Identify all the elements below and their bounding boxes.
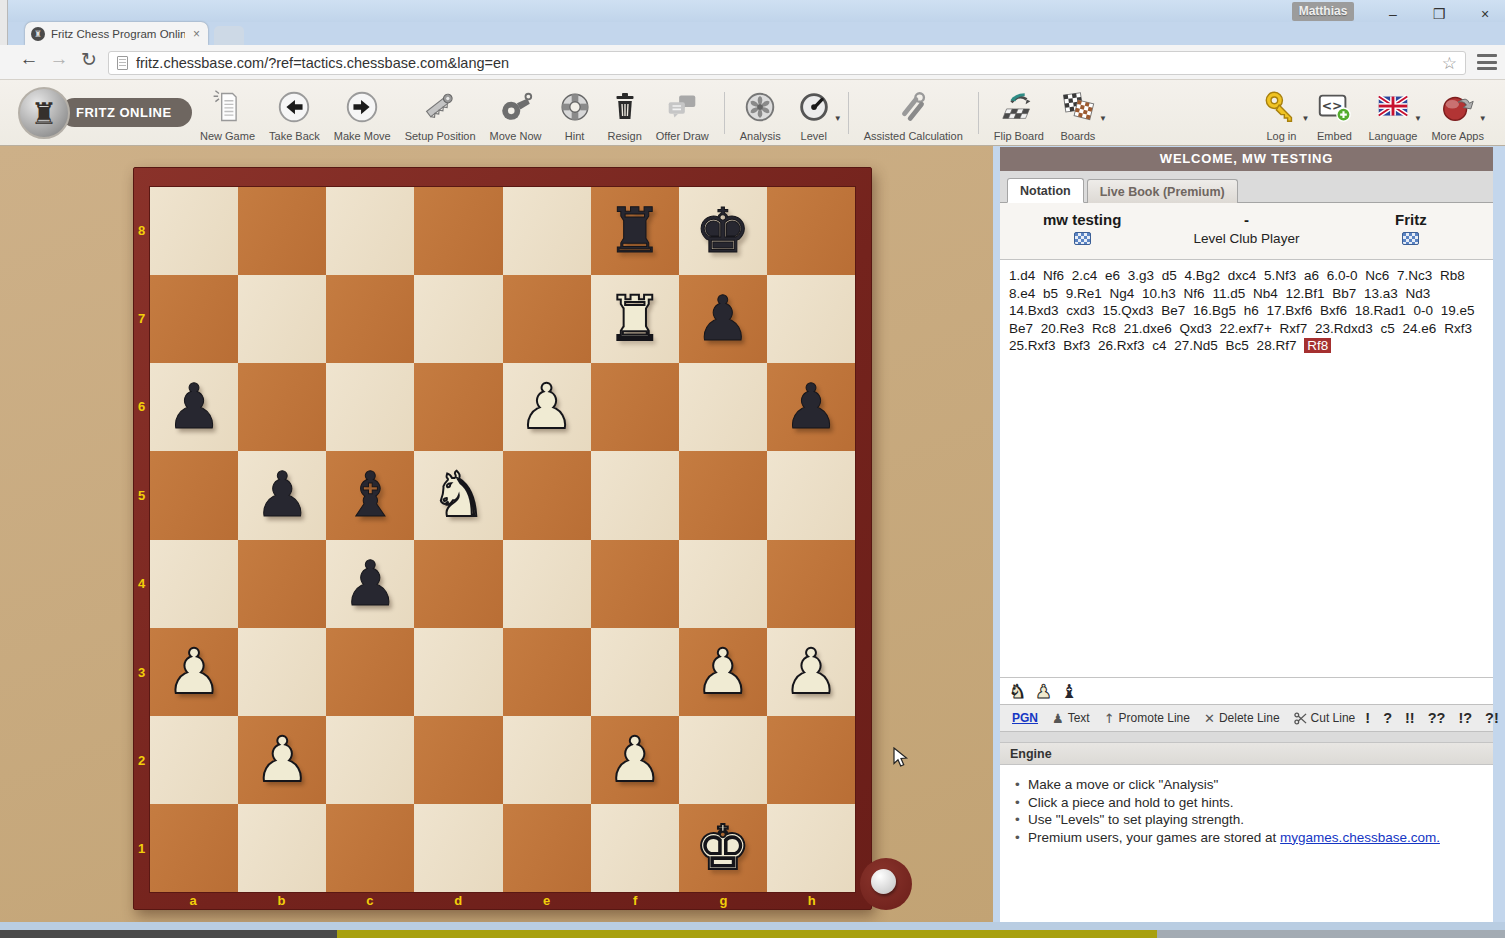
white-sphere xyxy=(871,869,896,894)
square-b8[interactable] xyxy=(238,187,326,275)
white-pawn[interactable]: ♟ xyxy=(254,729,310,791)
square-g6[interactable] xyxy=(679,363,767,451)
black-pawn[interactable]: ♟ xyxy=(783,376,839,438)
square-f3[interactable] xyxy=(591,628,679,716)
square-a6[interactable]: ♟ xyxy=(150,363,238,451)
move-now-icon xyxy=(496,87,536,127)
square-g5[interactable] xyxy=(679,451,767,539)
mouse-cursor xyxy=(893,747,909,769)
square-c5[interactable]: ♝ xyxy=(326,451,414,539)
new-tab-button[interactable] xyxy=(214,26,244,45)
white-knight[interactable]: ♞ xyxy=(431,464,487,526)
square-d3[interactable] xyxy=(414,628,502,716)
file-label-a: a xyxy=(149,893,237,911)
square-f2[interactable]: ♟ xyxy=(591,716,679,804)
more-apps-icon: ▼ xyxy=(1438,87,1478,127)
window-titlebar: Matthias – ❒ × xyxy=(0,0,1505,22)
tab-title: Fritz Chess Program Onlin xyxy=(51,28,185,40)
square-g3[interactable]: ♟ xyxy=(679,628,767,716)
square-h4[interactable] xyxy=(767,540,855,628)
black-player-name: Fritz xyxy=(1329,211,1493,228)
square-e3[interactable] xyxy=(503,628,591,716)
black-pawn[interactable]: ♟ xyxy=(695,288,751,350)
new-game-icon xyxy=(210,87,246,127)
page-icon xyxy=(117,56,128,70)
square-a8[interactable] xyxy=(150,187,238,275)
white-pawn[interactable]: ♟ xyxy=(166,641,222,703)
url-text[interactable]: fritz.chessbase.com/?ref=tactics.chessba… xyxy=(136,55,509,71)
mark-dubious[interactable]: ?! xyxy=(1485,710,1499,726)
browser-menu-icon[interactable] xyxy=(1477,54,1497,70)
minimize-button[interactable]: – xyxy=(1383,6,1403,22)
white-pawn[interactable]: ♟ xyxy=(695,641,751,703)
square-a4[interactable] xyxy=(150,540,238,628)
square-a7[interactable] xyxy=(150,275,238,363)
language-button[interactable]: ▼ Language xyxy=(1361,84,1424,142)
square-d4[interactable] xyxy=(414,540,502,628)
promote-line-button[interactable]: ↑Promote Line xyxy=(1100,711,1194,726)
players-header: mw testing - Level Club Player Fritz xyxy=(1000,203,1493,260)
square-e6[interactable]: ♟ xyxy=(503,363,591,451)
square-g7[interactable]: ♟ xyxy=(679,275,767,363)
uk-flag-icon: ▼ xyxy=(1373,87,1413,127)
toolbar-divider xyxy=(978,92,979,134)
forward-icon[interactable]: → xyxy=(46,48,72,70)
maximize-button[interactable]: ❒ xyxy=(1429,6,1449,22)
move-list[interactable]: 1.d4 Nf6 2.c4 e6 3.g3 d5 4.Bg2 dxc4 5.Nf… xyxy=(1000,260,1493,678)
white-player-flag-icon xyxy=(1074,232,1091,245)
delete-icon: ✕ xyxy=(1204,711,1215,726)
back-icon[interactable]: ← xyxy=(16,48,42,70)
take-back-icon xyxy=(275,87,313,127)
black-player-flag-icon xyxy=(1402,232,1419,245)
engine-tip: Click a piece and hold to get hints. xyxy=(1010,795,1483,810)
tab-strip: ♜ Fritz Chess Program Onlin × xyxy=(0,22,1505,45)
flip-board-button[interactable]: Flip Board xyxy=(987,84,1051,142)
language-dropdown-icon[interactable]: ▼ xyxy=(1414,114,1422,123)
moves-text[interactable]: 1.d4 Nf6 2.c4 e6 3.g3 d5 4.Bg2 dxc4 5.Nf… xyxy=(1009,268,1475,353)
white-pawn[interactable]: ♟ xyxy=(783,641,839,703)
square-d2[interactable] xyxy=(414,716,502,804)
toolbar-divider xyxy=(724,92,725,134)
browser-profile-badge[interactable]: Matthias xyxy=(1292,2,1354,21)
square-c3[interactable] xyxy=(326,628,414,716)
engine-header: Engine xyxy=(1000,742,1493,765)
square-h3[interactable]: ♟ xyxy=(767,628,855,716)
panel-tabs: Notation Live Book (Premium) xyxy=(1000,175,1493,203)
tab-notation[interactable]: Notation xyxy=(1007,178,1084,203)
square-h1[interactable] xyxy=(767,804,855,892)
square-g4[interactable] xyxy=(679,540,767,628)
square-b7[interactable] xyxy=(238,275,326,363)
square-h2[interactable] xyxy=(767,716,855,804)
file-label-c: c xyxy=(326,893,414,911)
square-d1[interactable] xyxy=(414,804,502,892)
square-a5[interactable] xyxy=(150,451,238,539)
pgn-link[interactable]: PGN xyxy=(1012,711,1038,725)
new-game-button[interactable]: New Game xyxy=(193,84,262,142)
square-f5[interactable] xyxy=(591,451,679,539)
square-e1[interactable] xyxy=(503,804,591,892)
engine-tip: Use "Levels" to set playing strength. xyxy=(1010,812,1483,827)
window-bottom-border xyxy=(0,922,1505,930)
rank-label-4: 4 xyxy=(134,540,149,628)
boards-button[interactable]: ▼ Boards xyxy=(1051,84,1105,142)
file-label-h: h xyxy=(768,893,856,911)
square-d7[interactable] xyxy=(414,275,502,363)
white-pawn[interactable]: ♟ xyxy=(519,376,575,438)
square-f8[interactable]: ♜ xyxy=(591,187,679,275)
file-label-b: b xyxy=(237,893,325,911)
level-button[interactable]: ▼ Level xyxy=(788,84,840,142)
offer-draw-icon xyxy=(662,87,702,127)
fritz-favicon-icon: ♜ xyxy=(31,27,45,41)
square-b3[interactable] xyxy=(238,628,326,716)
browser-navbar: ← → ↻ fritz.chessbase.com/?ref=tactics.c… xyxy=(0,45,1505,80)
square-b4[interactable] xyxy=(238,540,326,628)
square-e7[interactable] xyxy=(503,275,591,363)
panel-gap xyxy=(1000,732,1493,742)
level-icon: ▼ xyxy=(795,87,833,127)
square-f1[interactable] xyxy=(591,804,679,892)
black-pawn[interactable]: ♟ xyxy=(254,464,310,526)
analysis-icon xyxy=(741,87,779,127)
black-bishop[interactable]: ♝ xyxy=(343,464,399,526)
mark-brilliant[interactable]: !! xyxy=(1405,710,1415,726)
square-d8[interactable] xyxy=(414,187,502,275)
engine-tip: Make a move or click "Analysis" xyxy=(1010,777,1483,792)
url-bar[interactable]: fritz.chessbase.com/?ref=tactics.chessba… xyxy=(108,51,1466,75)
close-button[interactable]: × xyxy=(1475,6,1495,22)
white-pawn-icon: ♟ xyxy=(1035,682,1052,701)
rank-label-2: 2 xyxy=(134,716,149,804)
embed-button[interactable]: <> Embed xyxy=(1307,84,1361,142)
hint-button[interactable]: Hint xyxy=(549,84,601,142)
more-apps-dropdown-icon[interactable]: ▼ xyxy=(1479,114,1487,123)
black-pawn[interactable]: ♟ xyxy=(343,553,399,615)
analysis-button[interactable]: Analysis xyxy=(733,84,788,142)
assisted-calculation-button[interactable]: Assisted Calculation xyxy=(857,84,970,142)
boards-icon: ▼ xyxy=(1058,87,1098,127)
rank-label-7: 7 xyxy=(134,274,149,362)
fritz-logo: ♜ FRITZ ONLINE xyxy=(18,87,193,139)
offer-draw-button[interactable]: Offer Draw xyxy=(649,84,716,142)
taskbar-strip xyxy=(0,930,1505,938)
square-d5[interactable]: ♞ xyxy=(414,451,502,539)
file-label-e: e xyxy=(503,893,591,911)
square-h5[interactable] xyxy=(767,451,855,539)
square-c1[interactable] xyxy=(326,804,414,892)
mark-blunder[interactable]: ?? xyxy=(1428,710,1446,726)
browser-tab[interactable]: ♜ Fritz Chess Program Onlin × xyxy=(25,22,208,45)
setup-position-button[interactable]: Setup Position xyxy=(398,84,483,142)
fritz-rook-icon: ♜ xyxy=(18,87,70,139)
notation-tools: PGN ♟Text ↑Promote Line ✕Delete Line Cut… xyxy=(1000,704,1493,732)
up-arrow-icon: ↑ xyxy=(1104,711,1115,726)
square-a1[interactable] xyxy=(150,804,238,892)
reload-icon[interactable]: ↻ xyxy=(76,48,102,71)
assisted-calculation-icon xyxy=(893,87,933,127)
tab-close-icon[interactable]: × xyxy=(191,27,202,41)
black-rook[interactable]: ♜ xyxy=(607,200,663,262)
pawn-icon: ♟ xyxy=(1052,711,1064,726)
level-label: Level Club Player xyxy=(1164,231,1328,246)
setup-position-icon xyxy=(420,87,460,127)
mygames-link[interactable]: mygames.chessbase.com. xyxy=(1280,830,1440,845)
square-e8[interactable] xyxy=(503,187,591,275)
board-squares: ♜♚♜♟♟♟♟♟♝♞♟♟♟♟♟♟♚ xyxy=(149,186,856,893)
rank-label-3: 3 xyxy=(134,628,149,716)
key-icon: ▼ xyxy=(1262,87,1300,127)
file-label-f: f xyxy=(591,893,679,911)
boards-dropdown-icon[interactable]: ▼ xyxy=(1099,114,1107,123)
rank-labels: 87654321 xyxy=(134,186,149,893)
white-pawn[interactable]: ♟ xyxy=(607,729,663,791)
square-e2[interactable] xyxy=(503,716,591,804)
players-separator: - xyxy=(1164,211,1328,228)
white-player-name: mw testing xyxy=(1000,211,1164,228)
square-e4[interactable] xyxy=(503,540,591,628)
file-labels: abcdefgh xyxy=(149,893,856,911)
black-pawn[interactable]: ♟ xyxy=(166,376,222,438)
make-move-button[interactable]: Make Move xyxy=(327,84,398,142)
square-a2[interactable] xyxy=(150,716,238,804)
flip-board-icon xyxy=(999,87,1039,127)
resign-button[interactable]: Resign xyxy=(601,84,649,142)
black-king[interactable]: ♚ xyxy=(695,200,751,262)
resign-icon xyxy=(608,87,642,127)
square-h8[interactable] xyxy=(767,187,855,275)
white-king[interactable]: ♚ xyxy=(695,817,751,879)
rank-label-6: 6 xyxy=(134,363,149,451)
mark-interesting[interactable]: !? xyxy=(1458,710,1472,726)
rank-label-5: 5 xyxy=(134,451,149,539)
engine-tip: Premium users, your games are stored at … xyxy=(1010,830,1483,845)
hint-icon xyxy=(556,87,594,127)
square-c2[interactable] xyxy=(326,716,414,804)
square-b2[interactable]: ♟ xyxy=(238,716,326,804)
log-in-button[interactable]: ▼ Log in xyxy=(1255,84,1307,142)
rank-label-1: 1 xyxy=(134,805,149,893)
square-c8[interactable] xyxy=(326,187,414,275)
mark-mistake[interactable]: ? xyxy=(1383,710,1392,726)
text-button[interactable]: ♟Text xyxy=(1048,711,1094,726)
square-g8[interactable]: ♚ xyxy=(679,187,767,275)
toolbar-divider xyxy=(848,92,849,134)
embed-icon: <> xyxy=(1314,87,1354,127)
file-label-d: d xyxy=(414,893,502,911)
notation-panel: WELCOME, MW TESTING Notation Live Book (… xyxy=(1000,147,1493,922)
engine-tips: Make a move or click "Analysis" Click a … xyxy=(1000,765,1493,922)
fritz-logo-text: FRITZ ONLINE xyxy=(60,98,192,127)
square-h6[interactable]: ♟ xyxy=(767,363,855,451)
square-g1[interactable]: ♚ xyxy=(679,804,767,892)
square-b5[interactable]: ♟ xyxy=(238,451,326,539)
scissors-icon xyxy=(1294,712,1307,725)
rank-label-8: 8 xyxy=(134,186,149,274)
white-rook[interactable]: ♜ xyxy=(607,288,663,350)
square-e5[interactable] xyxy=(503,451,591,539)
welcome-bar: WELCOME, MW TESTING xyxy=(1000,147,1493,171)
white-knight-icon: ♞ xyxy=(1009,682,1026,701)
board-area: 87654321 ♜♚♜♟♟♟♟♟♝♞♟♟♟♟♟♟♚ abcdefgh xyxy=(0,146,993,930)
cut-line-button[interactable]: Cut Line xyxy=(1290,711,1360,725)
annotation-marks: ! ? !! ?? !? ?! xyxy=(1365,710,1502,726)
square-c6[interactable] xyxy=(326,363,414,451)
make-move-icon xyxy=(343,87,381,127)
square-f4[interactable] xyxy=(591,540,679,628)
level-dropdown-icon[interactable]: ▼ xyxy=(834,114,842,123)
square-h7[interactable] xyxy=(767,275,855,363)
square-c7[interactable] xyxy=(326,275,414,363)
black-bishop-icon: ♝ xyxy=(1061,682,1078,701)
bookmark-star-icon[interactable]: ☆ xyxy=(1442,53,1457,74)
square-b6[interactable] xyxy=(238,363,326,451)
board-frame: 87654321 ♜♚♜♟♟♟♟♟♝♞♟♟♟♟♟♟♚ abcdefgh xyxy=(133,167,872,910)
fritz-toolbar: ♜ FRITZ ONLINE New Game Take Back Make M… xyxy=(0,80,1505,146)
material-balance: ♞♟♝ xyxy=(1000,678,1493,704)
file-label-g: g xyxy=(679,893,767,911)
take-back-button[interactable]: Take Back xyxy=(262,84,327,142)
square-d6[interactable] xyxy=(414,363,502,451)
more-apps-button[interactable]: ▼ More Apps xyxy=(1424,84,1491,142)
login-dropdown-icon[interactable]: ▼ xyxy=(1302,114,1310,123)
delete-line-button[interactable]: ✕Delete Line xyxy=(1200,711,1284,726)
move-now-button[interactable]: Move Now xyxy=(483,84,549,142)
square-a3[interactable]: ♟ xyxy=(150,628,238,716)
mark-good[interactable]: ! xyxy=(1365,710,1370,726)
tab-live-book[interactable]: Live Book (Premium) xyxy=(1087,179,1238,203)
square-g2[interactable] xyxy=(679,716,767,804)
square-f6[interactable] xyxy=(591,363,679,451)
square-f7[interactable]: ♜ xyxy=(591,275,679,363)
square-b1[interactable] xyxy=(238,804,326,892)
square-c4[interactable]: ♟ xyxy=(326,540,414,628)
current-move[interactable]: Rf8 xyxy=(1304,338,1331,353)
